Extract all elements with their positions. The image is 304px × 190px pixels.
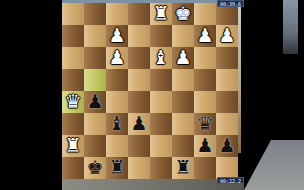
background-strip-right: [283, 0, 298, 54]
chess-board[interactable]: ♜♚♟♟♟♟♝♟♛♟♝♟♛♜♟♟♚♜♜: [62, 3, 238, 179]
square-g6[interactable]: [84, 113, 106, 135]
square-h5[interactable]: ♛: [62, 91, 84, 113]
square-c8[interactable]: ♜: [172, 157, 194, 179]
square-g4[interactable]: [84, 69, 106, 91]
black-pawn-g5[interactable]: ♟: [84, 91, 106, 113]
square-g2[interactable]: [84, 25, 106, 47]
square-e8[interactable]: [128, 157, 150, 179]
square-g3[interactable]: [84, 47, 106, 69]
square-g8[interactable]: ♚: [84, 157, 106, 179]
video-frame: ♜♚♟♟♟♟♝♟♛♟♝♟♛♜♟♟♚♜♜ 00:39.6 00:22.2: [0, 0, 304, 190]
black-queen-b6[interactable]: ♛: [194, 113, 216, 135]
square-e5[interactable]: [128, 91, 150, 113]
square-e4[interactable]: [128, 69, 150, 91]
square-d7[interactable]: [150, 135, 172, 157]
black-bishop-f6[interactable]: ♝: [106, 113, 128, 135]
black-pawn-a7[interactable]: ♟: [216, 135, 238, 157]
square-e1[interactable]: [128, 3, 150, 25]
square-h7[interactable]: ♜: [62, 135, 84, 157]
white-pawn-c3[interactable]: ♟: [172, 47, 194, 69]
square-d8[interactable]: [150, 157, 172, 179]
clock-black: 00:22.2: [217, 177, 244, 184]
square-a2[interactable]: ♟: [216, 25, 238, 47]
square-f6[interactable]: ♝: [106, 113, 128, 135]
square-c6[interactable]: [172, 113, 194, 135]
white-pawn-f2[interactable]: ♟: [106, 25, 128, 47]
square-h8[interactable]: [62, 157, 84, 179]
clock-white: 00:39.6: [217, 0, 244, 7]
white-rook-d1[interactable]: ♜: [150, 3, 172, 25]
black-pawn-b7[interactable]: ♟: [194, 135, 216, 157]
square-g1[interactable]: [84, 3, 106, 25]
square-a3[interactable]: [216, 47, 238, 69]
square-f3[interactable]: ♟: [106, 47, 128, 69]
square-a4[interactable]: [216, 69, 238, 91]
white-rook-h7[interactable]: ♜: [62, 135, 84, 157]
white-king-c1[interactable]: ♚: [172, 3, 194, 25]
square-e7[interactable]: [128, 135, 150, 157]
square-g5[interactable]: ♟: [84, 91, 106, 113]
square-g7[interactable]: [84, 135, 106, 157]
board-frame-edge: [238, 3, 241, 153]
white-queen-h5[interactable]: ♛: [62, 91, 84, 113]
square-a6[interactable]: [216, 113, 238, 135]
square-b6[interactable]: ♛: [194, 113, 216, 135]
square-c2[interactable]: [172, 25, 194, 47]
square-b4[interactable]: [194, 69, 216, 91]
square-c7[interactable]: [172, 135, 194, 157]
square-h6[interactable]: [62, 113, 84, 135]
square-a5[interactable]: [216, 91, 238, 113]
square-f4[interactable]: [106, 69, 128, 91]
square-f5[interactable]: [106, 91, 128, 113]
square-d2[interactable]: [150, 25, 172, 47]
square-c3[interactable]: ♟: [172, 47, 194, 69]
square-f7[interactable]: [106, 135, 128, 157]
square-b7[interactable]: ♟: [194, 135, 216, 157]
square-b8[interactable]: [194, 157, 216, 179]
square-f8[interactable]: ♜: [106, 157, 128, 179]
square-d3[interactable]: ♝: [150, 47, 172, 69]
square-e2[interactable]: [128, 25, 150, 47]
square-b3[interactable]: [194, 47, 216, 69]
square-d1[interactable]: ♜: [150, 3, 172, 25]
square-d5[interactable]: [150, 91, 172, 113]
black-rook-c8[interactable]: ♜: [172, 157, 194, 179]
square-a8[interactable]: [216, 157, 238, 179]
square-b5[interactable]: [194, 91, 216, 113]
square-f1[interactable]: [106, 3, 128, 25]
white-pawn-f3[interactable]: ♟: [106, 47, 128, 69]
square-h2[interactable]: [62, 25, 84, 47]
square-d6[interactable]: [150, 113, 172, 135]
square-b1[interactable]: [194, 3, 216, 25]
square-c1[interactable]: ♚: [172, 3, 194, 25]
square-h4[interactable]: [62, 69, 84, 91]
black-king-g8[interactable]: ♚: [84, 157, 106, 179]
square-h1[interactable]: [62, 3, 84, 25]
square-e6[interactable]: ♟: [128, 113, 150, 135]
background-shape-bottom-right: [244, 140, 304, 190]
square-h3[interactable]: [62, 47, 84, 69]
white-bishop-d3[interactable]: ♝: [150, 47, 172, 69]
square-f2[interactable]: ♟: [106, 25, 128, 47]
white-pawn-a2[interactable]: ♟: [216, 25, 238, 47]
square-a7[interactable]: ♟: [216, 135, 238, 157]
square-b2[interactable]: ♟: [194, 25, 216, 47]
square-e3[interactable]: [128, 47, 150, 69]
black-pawn-e6[interactable]: ♟: [128, 113, 150, 135]
square-c5[interactable]: [172, 91, 194, 113]
white-pawn-b2[interactable]: ♟: [194, 25, 216, 47]
square-c4[interactable]: [172, 69, 194, 91]
black-rook-f8[interactable]: ♜: [106, 157, 128, 179]
square-d4[interactable]: [150, 69, 172, 91]
